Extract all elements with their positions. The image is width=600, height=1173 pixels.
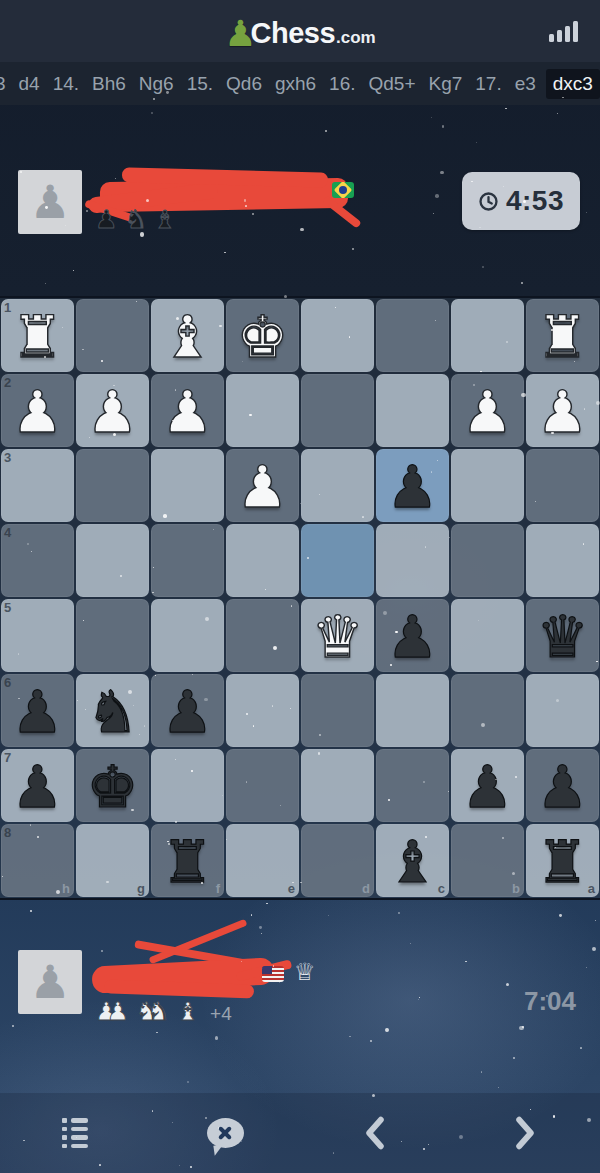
previous-move-button[interactable] (340, 1100, 410, 1166)
square-f8[interactable]: f♜ (150, 823, 225, 898)
star (505, 108, 507, 110)
square-b5[interactable] (450, 598, 525, 673)
square-tile (301, 674, 374, 747)
white-pawn: ♟ (0, 373, 75, 448)
square-f3[interactable] (150, 448, 225, 523)
captured-black-pawn: ♟ (95, 206, 117, 233)
star (431, 117, 433, 119)
white-rook: ♜ (0, 298, 75, 373)
chesscom-logo: ♟ Chess .com (224, 13, 376, 50)
square-h7[interactable]: 7♟ (0, 748, 75, 823)
file-label: c (438, 881, 445, 896)
rank-label: 6 (4, 675, 11, 690)
opponent-avatar[interactable]: ♟ (18, 170, 82, 234)
square-a3[interactable] (525, 448, 600, 523)
star (73, 270, 75, 272)
moves-list-icon (62, 1118, 88, 1148)
white-pawn: ♟ (450, 373, 525, 448)
square-tile (526, 524, 599, 597)
white-pawn: ♟ (225, 448, 300, 523)
square-tile (451, 599, 524, 672)
square-e2[interactable] (225, 373, 300, 448)
square-tile (226, 599, 299, 672)
square-b2[interactable]: ♟ (450, 373, 525, 448)
black-pawn: ♟ (0, 673, 75, 748)
square-h6[interactable]: 6♟ (0, 673, 75, 748)
file-label: b (512, 881, 520, 896)
chevron-right-icon (514, 1116, 536, 1150)
square-tile (76, 524, 149, 597)
square-a8[interactable]: a♜ (525, 823, 600, 898)
square-e8[interactable]: e (225, 823, 300, 898)
star (251, 914, 253, 916)
square-f7[interactable] (150, 748, 225, 823)
white-rook: ♜ (525, 298, 600, 373)
file-label: e (288, 881, 295, 896)
pawn-avatar-icon: ♟ (29, 170, 70, 234)
opponent-clock: 4:53 (462, 172, 580, 230)
square-a1[interactable]: ♜ (525, 298, 600, 373)
move-token[interactable]: Kg7 (425, 69, 465, 99)
square-tile (226, 674, 299, 747)
rank-label: 2 (4, 375, 11, 390)
square-f6[interactable]: ♟ (150, 673, 225, 748)
star (325, 130, 327, 132)
square-b3[interactable] (450, 448, 525, 523)
move-token[interactable]: 3 (0, 69, 9, 99)
logo-text: Chess (251, 17, 336, 50)
square-d5[interactable]: ♛ (300, 598, 375, 673)
rank-label: 8 (4, 825, 11, 840)
square-tile (151, 449, 224, 522)
black-pawn: ♟ (450, 748, 525, 823)
star (521, 282, 523, 284)
star (595, 920, 596, 921)
player-clock: 7:04 (524, 986, 576, 1017)
move-token[interactable]: Qd6 (223, 69, 265, 99)
square-b8[interactable]: b (450, 823, 525, 898)
captured-white-knight: ♞ (147, 998, 169, 1025)
player-captured-pieces: ♟♟♞♞♝+4 (95, 998, 232, 1025)
star (370, 1040, 372, 1042)
square-tile (376, 749, 449, 822)
square-a7[interactable]: ♟ (525, 748, 600, 823)
star (513, 1057, 515, 1059)
square-tile (76, 299, 149, 372)
star (261, 933, 262, 934)
player-avatar[interactable]: ♟ (18, 950, 82, 1014)
square-e5[interactable] (225, 598, 300, 673)
square-tile (226, 524, 299, 597)
rank-label: 7 (4, 750, 11, 765)
square-tile (76, 599, 149, 672)
star (328, 915, 329, 916)
square-tile (301, 524, 374, 597)
chess-app-screen: ♟ Chess .com 3d414.Bh6Ng615.Qd6gxh616.Qd… (0, 0, 600, 1173)
star (259, 926, 262, 929)
black-pawn: ♟ (150, 673, 225, 748)
black-rook: ♜ (150, 823, 225, 898)
square-c8[interactable]: c♝ (375, 823, 450, 898)
black-pawn: ♟ (525, 748, 600, 823)
square-g1[interactable] (75, 298, 150, 373)
captured-group: ♞♞ (136, 998, 170, 1025)
usa-flag-icon (262, 966, 284, 982)
captured-group: ♟♟ (95, 998, 129, 1025)
square-e3[interactable]: ♟ (225, 448, 300, 523)
square-tile (376, 524, 449, 597)
square-tile (451, 674, 524, 747)
square-tile (526, 449, 599, 522)
square-e7[interactable] (225, 748, 300, 823)
square-tile (301, 749, 374, 822)
square-d6[interactable] (300, 673, 375, 748)
black-pawn: ♟ (0, 748, 75, 823)
square-d3[interactable] (300, 448, 375, 523)
square-a5[interactable]: ♛ (525, 598, 600, 673)
square-a4[interactable] (525, 523, 600, 598)
captured-group: ♝ (154, 206, 176, 233)
square-e1[interactable]: ♚ (225, 298, 300, 373)
next-move-button[interactable] (490, 1100, 560, 1166)
square-g3[interactable] (75, 448, 150, 523)
square-a6[interactable] (525, 673, 600, 748)
star (187, 1081, 189, 1083)
black-pawn: ♟ (375, 598, 450, 673)
rank-label: 4 (4, 525, 11, 540)
square-b4[interactable] (450, 523, 525, 598)
chat-disabled-icon (207, 1118, 244, 1148)
square-g6[interactable]: ♞ (75, 673, 150, 748)
move-token[interactable]: Ng6 (136, 69, 177, 99)
square-h5[interactable]: 5 (0, 598, 75, 673)
square-tile (526, 674, 599, 747)
white-pawn: ♟ (525, 373, 600, 448)
move-token[interactable]: 15. (184, 69, 216, 99)
square-f2[interactable]: ♟ (150, 373, 225, 448)
square-g5[interactable] (75, 598, 150, 673)
square-c1[interactable] (375, 298, 450, 373)
square-tile (151, 524, 224, 597)
square-f1[interactable]: ♝ (150, 298, 225, 373)
captured-group: ♞ (124, 206, 146, 233)
square-d2[interactable] (300, 373, 375, 448)
square-d7[interactable] (300, 748, 375, 823)
square-h2[interactable]: 2♟ (0, 373, 75, 448)
star (410, 943, 411, 944)
square-d8[interactable]: d (300, 823, 375, 898)
square-f5[interactable] (150, 598, 225, 673)
square-tile (1, 449, 74, 522)
captured-white-pawn: ♟ (106, 998, 128, 1025)
square-d4[interactable] (300, 523, 375, 598)
move-token[interactable]: e3 (512, 69, 539, 99)
star (580, 1047, 582, 1049)
star (398, 912, 400, 914)
bottom-nav (0, 1100, 600, 1173)
brazil-flag-icon (332, 182, 354, 198)
opponent-captured-pieces: ♟♞♝ (95, 206, 183, 233)
star (442, 125, 445, 128)
opponent-clock-value: 4:53 (506, 185, 564, 217)
move-list-bar: 3d414.Bh6Ng615.Qd6gxh616.Qd5+Kg717.e3dxc… (0, 62, 600, 105)
chevron-left-icon (364, 1116, 386, 1150)
star (498, 1087, 499, 1088)
square-c7[interactable] (375, 748, 450, 823)
square-h8[interactable]: 8h (0, 823, 75, 898)
square-tile (451, 449, 524, 522)
square-b1[interactable] (450, 298, 525, 373)
star (481, 1071, 483, 1073)
square-g2[interactable]: ♟ (75, 373, 150, 448)
star (482, 266, 484, 268)
square-c3[interactable]: ♟ (375, 448, 450, 523)
chat-disabled-button[interactable] (190, 1100, 260, 1166)
black-king: ♚ (75, 748, 150, 823)
square-tile (76, 449, 149, 522)
square-tile (451, 524, 524, 597)
star (266, 903, 268, 905)
player-row: ♟ ♕ ♟♟♞♞♝+4 7:04 (0, 950, 600, 1040)
square-tile (301, 449, 374, 522)
material-advantage: +4 (210, 1003, 232, 1025)
signal-bars-icon (549, 20, 578, 42)
rank-label: 5 (4, 600, 11, 615)
captured-black-bishop: ♝ (154, 206, 176, 233)
move-token[interactable]: 14. (50, 69, 82, 99)
square-e4[interactable] (225, 523, 300, 598)
move-token[interactable]: 16. (326, 69, 358, 99)
square-tile (151, 749, 224, 822)
square-tile (1, 524, 74, 597)
file-label: d (362, 881, 370, 896)
rank-label: 3 (4, 450, 11, 465)
square-tile (376, 674, 449, 747)
move-token[interactable]: dxc3 (546, 69, 600, 99)
white-pawn: ♟ (75, 373, 150, 448)
moves-list-button[interactable] (40, 1100, 110, 1166)
move-token[interactable]: 17. (472, 69, 504, 99)
square-tile (151, 599, 224, 672)
star (559, 914, 562, 917)
square-tile (376, 299, 449, 372)
logo-pawn-icon: ♟ (224, 16, 256, 52)
move-token[interactable]: Bh6 (89, 69, 129, 99)
white-king: ♚ (225, 298, 300, 373)
app-header: ♟ Chess .com (0, 0, 600, 62)
star (45, 283, 46, 284)
square-g4[interactable] (75, 523, 150, 598)
square-c6[interactable] (375, 673, 450, 748)
move-token[interactable]: d4 (16, 69, 43, 99)
square-h1[interactable]: 1♜ (0, 298, 75, 373)
white-queen: ♛ (300, 598, 375, 673)
square-tile (226, 374, 299, 447)
square-h4[interactable]: 4 (0, 523, 75, 598)
star (476, 142, 477, 143)
square-a2[interactable]: ♟ (525, 373, 600, 448)
square-h3[interactable]: 3 (0, 448, 75, 523)
file-label: a (588, 881, 595, 896)
clock-icon (478, 191, 499, 212)
square-c2[interactable] (375, 373, 450, 448)
logo-suffix: .com (336, 28, 376, 48)
star (557, 113, 558, 114)
premium-crown-icon: ♕ (294, 958, 316, 986)
white-bishop: ♝ (150, 298, 225, 373)
square-c4[interactable] (375, 523, 450, 598)
move-token[interactable]: Qd5+ (366, 69, 419, 99)
square-g8[interactable]: g (75, 823, 150, 898)
star (30, 910, 32, 912)
square-b6[interactable] (450, 673, 525, 748)
black-knight: ♞ (75, 673, 150, 748)
square-e6[interactable] (225, 673, 300, 748)
chess-board: 1♜♝♚♜2♟♟♟♟♟3♟♟45♛♟♛6♟♞♟7♟♚♟♟8hgf♜edc♝ba♜ (0, 296, 600, 900)
square-f4[interactable] (150, 523, 225, 598)
square-d1[interactable] (300, 298, 375, 373)
captured-black-knight: ♞ (124, 206, 146, 233)
rank-label: 1 (4, 300, 11, 315)
star (151, 112, 153, 114)
move-token[interactable]: gxh6 (272, 69, 319, 99)
white-pawn: ♟ (150, 373, 225, 448)
captured-group: ♟ (95, 206, 117, 233)
file-label: g (137, 881, 145, 896)
black-queen: ♛ (525, 598, 600, 673)
file-label: h (62, 881, 70, 896)
pawn-avatar-icon: ♟ (29, 950, 70, 1014)
square-c5[interactable]: ♟ (375, 598, 450, 673)
square-tile (301, 299, 374, 372)
square-g7[interactable]: ♚ (75, 748, 150, 823)
black-pawn: ♟ (375, 448, 450, 523)
captured-group: ♝ (177, 998, 199, 1025)
square-tile (376, 374, 449, 447)
square-b7[interactable]: ♟ (450, 748, 525, 823)
opponent-row: ♟ ♟♞♝ 4:53 (0, 170, 600, 260)
square-tile (226, 749, 299, 822)
square-tile (1, 599, 74, 672)
file-label: f (216, 881, 220, 896)
square-tile (301, 374, 374, 447)
square-tile (451, 299, 524, 372)
captured-white-bishop: ♝ (177, 998, 199, 1025)
